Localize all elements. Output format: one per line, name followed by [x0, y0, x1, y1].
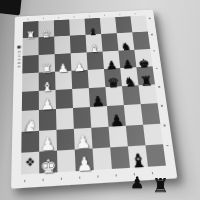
square-d5	[88, 69, 106, 88]
square-e3	[56, 89, 73, 109]
square-c4: ♟	[71, 52, 88, 71]
captured-black-pawn: ♟	[130, 175, 144, 191]
square-g3	[56, 128, 74, 150]
square-f3	[56, 108, 74, 129]
square-g4: ♟	[74, 127, 93, 149]
square-c3: ♟	[55, 53, 72, 72]
square-g5	[91, 126, 110, 148]
square-e8	[138, 84, 157, 104]
square-c6: ♟	[103, 50, 121, 68]
black-bishop: ♝	[128, 151, 148, 171]
playing-area: ♜♛♝♝♞♜♟♟♟♟♚♝♛♞♜♟♟♞♟♟♟❖♚♟♝	[21, 15, 166, 174]
brand-logo-icon: ◉	[16, 44, 23, 49]
square-h6	[110, 146, 130, 169]
square-f6: ♟	[107, 105, 126, 126]
table-dark-object	[0, 0, 22, 15]
board-brand: ◉ CHESS	[15, 44, 22, 73]
square-b4	[70, 35, 87, 53]
square-b1	[23, 38, 39, 56]
square-h8	[145, 144, 166, 167]
square-g1	[21, 130, 39, 152]
square-b2	[39, 37, 55, 55]
chess-board-sheet: ◉ CHESS ♜♛♝♝♞♜♟♟♟♟♚♝♛♞♜♟♟♞♟♟♟❖♚♟♝	[11, 10, 177, 189]
square-d2: ♝	[39, 71, 56, 90]
white-pawn: ♟	[75, 154, 94, 174]
square-d8: ♜	[136, 66, 155, 85]
square-f5	[90, 106, 109, 127]
white-king: ♚	[39, 157, 57, 177]
square-a3	[54, 19, 70, 36]
square-c5	[87, 51, 104, 70]
square-h5	[92, 147, 111, 170]
square-a5: ♝	[85, 18, 102, 35]
square-e1	[22, 91, 39, 111]
square-c2: ♜	[39, 54, 55, 73]
square-f8	[141, 103, 161, 124]
square-a4	[69, 19, 85, 36]
square-c8: ♚	[134, 49, 152, 67]
square-b8	[132, 32, 150, 50]
square-b5: ♝	[86, 34, 103, 52]
square-e5: ♟	[89, 87, 107, 107]
square-f4	[73, 107, 91, 128]
square-h3	[57, 149, 76, 172]
square-g8	[143, 123, 163, 145]
square-b3	[54, 36, 70, 54]
square-h2: ♚	[39, 150, 57, 173]
square-a8	[130, 15, 147, 32]
square-f1: ♞	[22, 110, 39, 131]
square-e4	[72, 88, 90, 108]
square-a6	[100, 17, 117, 34]
square-d4	[71, 70, 88, 89]
brand-text: CHESS	[16, 51, 21, 69]
photo-stage: ◉ CHESS ♜♛♝♝♞♜♟♟♟♟♚♝♛♞♜♟♟♞♟♟♟❖♚♟♝ ♟ ♜	[0, 0, 200, 200]
captured-black-rook: ♜	[152, 176, 169, 195]
square-e2: ♟	[39, 90, 56, 110]
square-b6	[101, 33, 118, 51]
square-g2: ♟	[39, 129, 57, 151]
square-c1	[22, 55, 38, 74]
square-g6	[109, 125, 128, 147]
board-corner-logo-icon: ❖	[21, 151, 39, 174]
square-a2: ♛	[38, 20, 54, 37]
square-d1	[22, 72, 39, 91]
square-h4: ♟	[75, 148, 94, 171]
square-e6	[105, 86, 123, 106]
square-h1: ❖	[21, 151, 39, 174]
square-d6: ♛	[104, 68, 122, 87]
square-a1: ♜	[23, 21, 39, 38]
square-d3	[55, 71, 72, 90]
square-f2	[39, 109, 57, 130]
